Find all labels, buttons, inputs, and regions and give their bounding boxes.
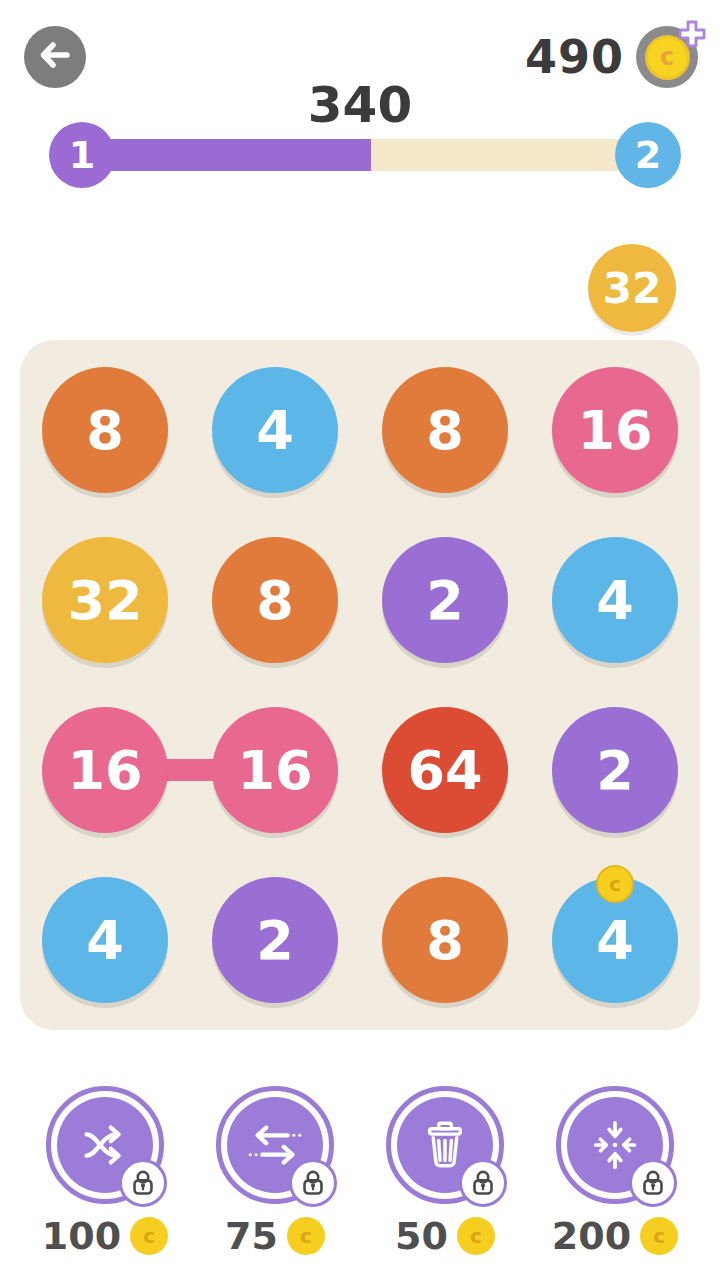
tile-r2c3-2[interactable]: 2 <box>382 537 508 663</box>
tile-r4c2-2[interactable]: 2 <box>212 877 338 1003</box>
next-level-badge: 2 <box>615 122 681 188</box>
merge-all-price: 200 c <box>552 1214 678 1258</box>
tile-r3c2-16[interactable]: 16 <box>212 707 338 833</box>
tile-r2c2-8[interactable]: 8 <box>212 537 338 663</box>
tile-r3c3-64[interactable]: 64 <box>382 707 508 833</box>
arrow-left-icon <box>37 37 73 77</box>
powerup-delete: 50 c <box>360 1086 530 1258</box>
tile-r1c1-8[interactable]: 8 <box>42 367 168 493</box>
tile-r1c3-8[interactable]: 8 <box>382 367 508 493</box>
game-board: 848163282416166424284c <box>20 340 700 1030</box>
swap-button[interactable] <box>216 1086 334 1204</box>
lock-icon <box>119 1159 167 1207</box>
lock-icon <box>629 1159 677 1207</box>
tile-r1c4-16[interactable]: 16 <box>552 367 678 493</box>
level-progress-fill <box>82 139 371 171</box>
merge-all-button[interactable] <box>556 1086 674 1204</box>
coin-icon: c <box>287 1217 325 1255</box>
powerups-bar: 100 c <box>20 1086 700 1258</box>
powerup-swap: 75 c <box>190 1086 360 1258</box>
delete-button[interactable] <box>386 1086 504 1204</box>
tile-r4c1-4[interactable]: 4 <box>42 877 168 1003</box>
powerup-merge-all: 200 c <box>530 1086 700 1258</box>
score-value: 340 <box>0 76 720 134</box>
plus-icon <box>676 18 708 50</box>
tile-r2c4-4[interactable]: 4 <box>552 537 678 663</box>
coin-icon: c <box>130 1217 168 1255</box>
lock-icon <box>459 1159 507 1207</box>
next-tile-preview: 32 <box>588 244 676 332</box>
tile-r3c1-16[interactable]: 16 <box>42 707 168 833</box>
level-progress-bar <box>82 139 648 171</box>
coin-icon: c <box>457 1217 495 1255</box>
current-level-badge: 1 <box>49 122 115 188</box>
coin-icon: c <box>640 1217 678 1255</box>
shuffle-price: 100 c <box>42 1214 168 1258</box>
tile-coin-bonus-icon: c <box>596 865 634 903</box>
delete-price: 50 c <box>395 1214 495 1258</box>
tile-r1c2-4[interactable]: 4 <box>212 367 338 493</box>
tile-r4c4-4[interactable]: 4c <box>552 877 678 1003</box>
tile-r4c3-8[interactable]: 8 <box>382 877 508 1003</box>
tile-r3c4-2[interactable]: 2 <box>552 707 678 833</box>
powerup-shuffle: 100 c <box>20 1086 190 1258</box>
shuffle-button[interactable] <box>46 1086 164 1204</box>
lock-icon <box>289 1159 337 1207</box>
swap-price: 75 c <box>225 1214 325 1258</box>
tiles-grid: 848163282416166424284c <box>20 345 700 1025</box>
tile-r2c1-32[interactable]: 32 <box>42 537 168 663</box>
